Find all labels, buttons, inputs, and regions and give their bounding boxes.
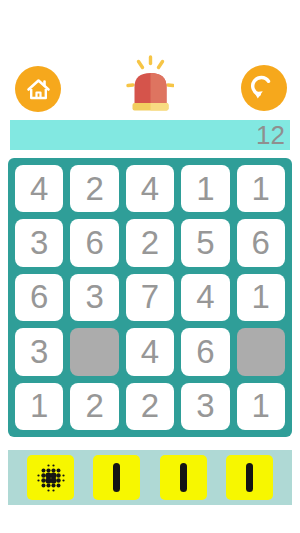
tile[interactable]: 6 [237, 219, 285, 266]
tile[interactable]: 6 [15, 274, 63, 321]
tile[interactable]: 4 [181, 274, 229, 321]
tile[interactable]: 3 [15, 219, 63, 266]
tile[interactable]: 3 [70, 274, 118, 321]
restart-button[interactable] [241, 65, 287, 111]
tile[interactable]: 7 [126, 274, 174, 321]
tally-button-2[interactable] [160, 455, 207, 500]
tile[interactable]: 1 [237, 165, 285, 212]
tile[interactable]: 4 [126, 165, 174, 212]
tally-mark-icon [113, 463, 120, 492]
tally-mark-icon [180, 463, 187, 492]
siren-icon [126, 54, 174, 111]
status-bar: 12 [10, 120, 290, 150]
blank-tile[interactable] [237, 328, 285, 375]
home-button[interactable] [15, 66, 61, 112]
tile[interactable]: 6 [181, 328, 229, 375]
tally-button-3[interactable] [226, 455, 273, 500]
tile[interactable]: 3 [15, 328, 63, 375]
dots-grid-icon [34, 461, 68, 495]
tile[interactable]: 3 [181, 383, 229, 430]
tile[interactable]: 1 [237, 383, 285, 430]
tile[interactable]: 2 [126, 219, 174, 266]
tile[interactable]: 4 [126, 328, 174, 375]
status-value: 12 [256, 122, 285, 148]
tile[interactable]: 4 [15, 165, 63, 212]
tile[interactable]: 2 [70, 383, 118, 430]
tile[interactable]: 2 [126, 383, 174, 430]
tile[interactable]: 1 [181, 165, 229, 212]
home-icon [25, 76, 52, 103]
app-screen: 12 42411362566374134612231 [0, 0, 300, 533]
dots-button[interactable] [27, 455, 74, 500]
tally-mark-icon [246, 463, 253, 492]
restart-icon [251, 75, 278, 102]
board: 42411362566374134612231 [8, 158, 292, 437]
tile[interactable]: 1 [15, 383, 63, 430]
toolbar [8, 450, 292, 505]
tile[interactable]: 2 [70, 165, 118, 212]
tile[interactable]: 5 [181, 219, 229, 266]
tile[interactable]: 1 [237, 274, 285, 321]
blank-tile[interactable] [70, 328, 118, 375]
tally-button-1[interactable] [93, 455, 140, 500]
tile[interactable]: 6 [70, 219, 118, 266]
